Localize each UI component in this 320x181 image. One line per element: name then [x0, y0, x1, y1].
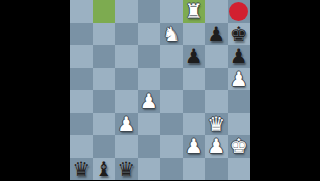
- square-b3[interactable]: [93, 113, 116, 136]
- white-pawn-icon: ♟: [185, 135, 203, 158]
- square-e1[interactable]: [160, 158, 183, 181]
- square-f5[interactable]: [183, 68, 206, 91]
- square-g6[interactable]: [205, 45, 228, 68]
- square-a7[interactable]: [70, 23, 93, 46]
- black-king-icon: ♚: [230, 23, 248, 46]
- square-e7[interactable]: ♞: [160, 23, 183, 46]
- square-d2[interactable]: [138, 135, 161, 158]
- square-a6[interactable]: [70, 45, 93, 68]
- square-a3[interactable]: [70, 113, 93, 136]
- square-g8[interactable]: [205, 0, 228, 23]
- black-bishop-icon: ♝: [95, 158, 113, 181]
- square-f2[interactable]: ♟: [183, 135, 206, 158]
- black-pawn-icon: ♟: [230, 45, 248, 68]
- square-c1[interactable]: ♛: [115, 158, 138, 181]
- square-g7[interactable]: ♟: [205, 23, 228, 46]
- square-e3[interactable]: [160, 113, 183, 136]
- square-a5[interactable]: [70, 68, 93, 91]
- square-a8[interactable]: [70, 0, 93, 23]
- square-d4[interactable]: ♟: [138, 90, 161, 113]
- square-h1[interactable]: [228, 158, 251, 181]
- square-b6[interactable]: [93, 45, 116, 68]
- square-a4[interactable]: [70, 90, 93, 113]
- red-circle-annotation-icon: [229, 2, 248, 21]
- square-h7[interactable]: ♚: [228, 23, 251, 46]
- white-knight-icon: ♞: [162, 23, 180, 46]
- square-g1[interactable]: [205, 158, 228, 181]
- black-queen-icon: ♛: [72, 158, 90, 181]
- square-f8[interactable]: ♜: [183, 0, 206, 23]
- square-f3[interactable]: [183, 113, 206, 136]
- black-pawn-icon: ♟: [207, 23, 225, 46]
- square-f7[interactable]: [183, 23, 206, 46]
- white-rook-icon: ♜: [185, 0, 203, 23]
- square-h5[interactable]: ♟: [228, 68, 251, 91]
- white-pawn-icon: ♟: [230, 68, 248, 91]
- square-d3[interactable]: [138, 113, 161, 136]
- square-g2[interactable]: ♟: [205, 135, 228, 158]
- square-g3[interactable]: ♛: [205, 113, 228, 136]
- square-e6[interactable]: [160, 45, 183, 68]
- white-pawn-icon: ♟: [207, 135, 225, 158]
- square-a2[interactable]: [70, 135, 93, 158]
- square-c8[interactable]: [115, 0, 138, 23]
- square-h4[interactable]: [228, 90, 251, 113]
- square-f1[interactable]: [183, 158, 206, 181]
- square-b2[interactable]: [93, 135, 116, 158]
- square-b1[interactable]: ♝: [93, 158, 116, 181]
- square-d8[interactable]: [138, 0, 161, 23]
- square-d5[interactable]: [138, 68, 161, 91]
- square-d1[interactable]: [138, 158, 161, 181]
- square-e5[interactable]: [160, 68, 183, 91]
- square-c7[interactable]: [115, 23, 138, 46]
- chess-board: ♜♞♟♚♟♟♟♟♟♛♟♟♚♛♝♛: [70, 0, 250, 180]
- square-h6[interactable]: ♟: [228, 45, 251, 68]
- square-g5[interactable]: [205, 68, 228, 91]
- square-c4[interactable]: [115, 90, 138, 113]
- square-b7[interactable]: [93, 23, 116, 46]
- white-pawn-icon: ♟: [117, 113, 135, 136]
- square-b4[interactable]: [93, 90, 116, 113]
- square-a1[interactable]: ♛: [70, 158, 93, 181]
- square-c2[interactable]: [115, 135, 138, 158]
- square-c6[interactable]: [115, 45, 138, 68]
- black-pawn-icon: ♟: [185, 45, 203, 68]
- white-queen-icon: ♛: [207, 113, 225, 136]
- square-f4[interactable]: [183, 90, 206, 113]
- square-h3[interactable]: [228, 113, 251, 136]
- square-c5[interactable]: [115, 68, 138, 91]
- square-e8[interactable]: [160, 0, 183, 23]
- square-d7[interactable]: [138, 23, 161, 46]
- white-king-icon: ♚: [230, 135, 248, 158]
- square-f6[interactable]: ♟: [183, 45, 206, 68]
- black-queen-icon: ♛: [117, 158, 135, 181]
- white-pawn-icon: ♟: [140, 90, 158, 113]
- square-h2[interactable]: ♚: [228, 135, 251, 158]
- letterbox-stage: ♜♞♟♚♟♟♟♟♟♛♟♟♚♛♝♛: [0, 0, 320, 180]
- square-b8[interactable]: [93, 0, 116, 23]
- square-h8[interactable]: [228, 0, 251, 23]
- square-b5[interactable]: [93, 68, 116, 91]
- square-e4[interactable]: [160, 90, 183, 113]
- square-g4[interactable]: [205, 90, 228, 113]
- square-e2[interactable]: [160, 135, 183, 158]
- square-c3[interactable]: ♟: [115, 113, 138, 136]
- square-d6[interactable]: [138, 45, 161, 68]
